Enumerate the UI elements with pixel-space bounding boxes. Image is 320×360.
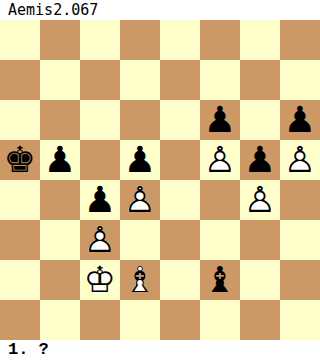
square-h2[interactable] [280,260,320,300]
square-a8[interactable] [0,20,40,60]
square-b3[interactable] [40,220,80,260]
square-h1[interactable] [280,300,320,340]
square-a7[interactable] [0,60,40,100]
square-b4[interactable] [40,180,80,220]
piece-glyph-outline: ♔ [80,260,120,300]
piece-glyph-outline: ♙ [240,180,280,220]
square-c4[interactable]: ♟ [80,180,120,220]
piece-white-bishop: ♝♗ [120,260,160,300]
puzzle-title: Aemis2.067 [8,1,98,19]
square-h7[interactable] [280,60,320,100]
square-b1[interactable] [40,300,80,340]
square-a6[interactable] [0,100,40,140]
square-e5[interactable] [160,140,200,180]
piece-glyph-outline: ♙ [120,180,160,220]
square-e2[interactable] [160,260,200,300]
square-e3[interactable] [160,220,200,260]
square-a4[interactable] [0,180,40,220]
piece-glyph: ♟ [240,140,280,180]
square-f8[interactable] [200,20,240,60]
piece-black-pawn: ♟ [40,140,80,180]
piece-glyph: ♟ [120,140,160,180]
piece-white-king: ♚♔ [80,260,120,300]
piece-black-pawn: ♟ [240,140,280,180]
piece-black-pawn: ♟ [280,100,320,140]
square-c5[interactable] [80,140,120,180]
square-g2[interactable] [240,260,280,300]
piece-glyph-outline: ♙ [280,140,320,180]
square-f7[interactable] [200,60,240,100]
square-h3[interactable] [280,220,320,260]
piece-white-pawn: ♟♙ [280,140,320,180]
piece-glyph: ♚ [0,140,40,180]
square-f3[interactable] [200,220,240,260]
square-d2[interactable]: ♝♗ [120,260,160,300]
piece-black-pawn: ♟ [80,180,120,220]
square-f6[interactable]: ♟ [200,100,240,140]
square-e7[interactable] [160,60,200,100]
square-f1[interactable] [200,300,240,340]
square-d6[interactable] [120,100,160,140]
square-a1[interactable] [0,300,40,340]
square-g6[interactable] [240,100,280,140]
square-d4[interactable]: ♟♙ [120,180,160,220]
square-d1[interactable] [120,300,160,340]
piece-glyph: ♟ [80,180,120,220]
square-h8[interactable] [280,20,320,60]
square-g4[interactable]: ♟♙ [240,180,280,220]
square-a3[interactable] [0,220,40,260]
piece-glyph: ♟ [200,100,240,140]
square-g3[interactable] [240,220,280,260]
square-d5[interactable]: ♟ [120,140,160,180]
square-c3[interactable]: ♟♙ [80,220,120,260]
piece-white-pawn: ♟♙ [240,180,280,220]
piece-black-pawn: ♟ [120,140,160,180]
square-g1[interactable] [240,300,280,340]
piece-glyph: ♝ [200,260,240,300]
square-b6[interactable] [40,100,80,140]
square-b5[interactable]: ♟ [40,140,80,180]
square-b2[interactable] [40,260,80,300]
square-c6[interactable] [80,100,120,140]
square-c8[interactable] [80,20,120,60]
piece-black-king: ♚ [0,140,40,180]
square-c2[interactable]: ♚♔ [80,260,120,300]
title-bar: Aemis2.067 [0,0,320,20]
piece-black-bishop: ♝ [200,260,240,300]
square-f2[interactable]: ♝ [200,260,240,300]
square-a2[interactable] [0,260,40,300]
piece-white-pawn: ♟♙ [200,140,240,180]
square-g7[interactable] [240,60,280,100]
square-d3[interactable] [120,220,160,260]
square-c1[interactable] [80,300,120,340]
square-g5[interactable]: ♟ [240,140,280,180]
chess-board: ♟♟♚♟♟♟♙♟♟♙♟♟♙♟♙♟♙♚♔♝♗♝ [0,20,320,340]
square-h4[interactable] [280,180,320,220]
square-e1[interactable] [160,300,200,340]
square-h6[interactable]: ♟ [280,100,320,140]
square-e6[interactable] [160,100,200,140]
square-a5[interactable]: ♚ [0,140,40,180]
square-c7[interactable] [80,60,120,100]
piece-glyph-outline: ♙ [200,140,240,180]
square-b8[interactable] [40,20,80,60]
move-prompt: 1. ? [8,340,49,359]
piece-glyph-outline: ♗ [120,260,160,300]
piece-white-pawn: ♟♙ [120,180,160,220]
piece-glyph: ♟ [280,100,320,140]
square-f4[interactable] [200,180,240,220]
square-b7[interactable] [40,60,80,100]
piece-white-pawn: ♟♙ [80,220,120,260]
square-e8[interactable] [160,20,200,60]
chess-puzzle-window: Aemis2.067 ♟♟♚♟♟♟♙♟♟♙♟♟♙♟♙♟♙♚♔♝♗♝ 1. ? [0,0,320,360]
square-e4[interactable] [160,180,200,220]
piece-black-pawn: ♟ [200,100,240,140]
piece-glyph-outline: ♙ [80,220,120,260]
square-h5[interactable]: ♟♙ [280,140,320,180]
piece-glyph: ♟ [40,140,80,180]
square-d7[interactable] [120,60,160,100]
move-prompt-bar: 1. ? [0,340,320,360]
square-g8[interactable] [240,20,280,60]
square-d8[interactable] [120,20,160,60]
square-f5[interactable]: ♟♙ [200,140,240,180]
